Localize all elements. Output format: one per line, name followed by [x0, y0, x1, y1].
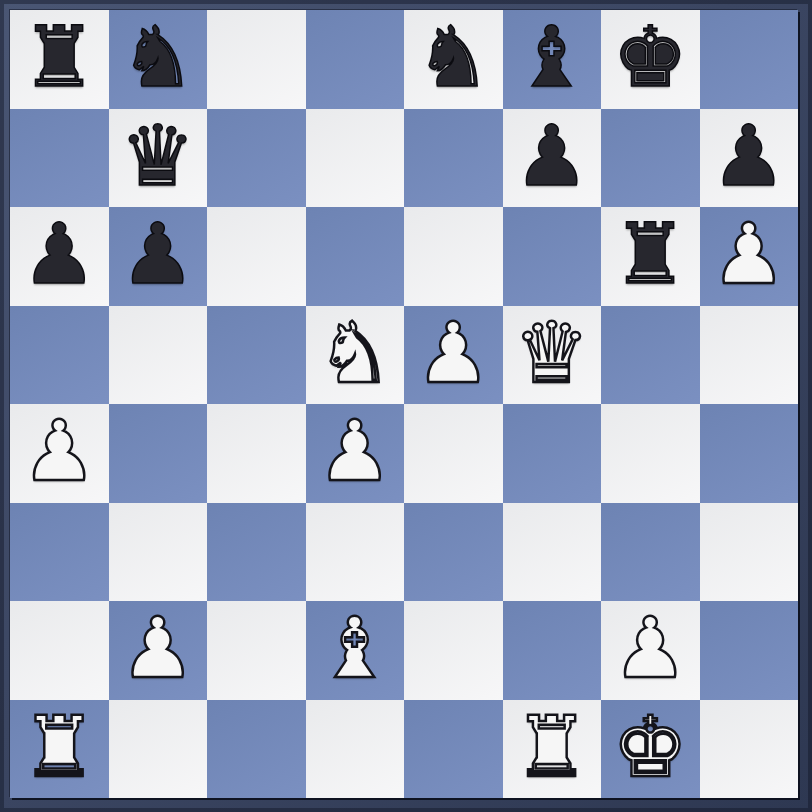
square-b3[interactable]	[109, 503, 208, 602]
square-c3[interactable]	[207, 503, 306, 602]
square-d2[interactable]: ♝	[306, 601, 405, 700]
square-e8[interactable]: ♞	[404, 10, 503, 109]
square-a7[interactable]	[10, 109, 109, 208]
piece-black-pawn-f7[interactable]: ♟	[514, 114, 589, 198]
square-b8[interactable]: ♞	[109, 10, 208, 109]
square-c4[interactable]	[207, 404, 306, 503]
piece-white-pawn-a4[interactable]: ♟	[22, 409, 97, 493]
square-e6[interactable]	[404, 207, 503, 306]
square-g8[interactable]: ♚	[601, 10, 700, 109]
square-h6[interactable]: ♟	[700, 207, 799, 306]
square-c1[interactable]	[207, 700, 306, 799]
piece-white-king-g1[interactable]: ♚	[613, 705, 688, 789]
square-e5[interactable]: ♟	[404, 306, 503, 405]
square-h8[interactable]	[700, 10, 799, 109]
piece-black-pawn-b6[interactable]: ♟	[120, 212, 195, 296]
piece-black-knight-e8[interactable]: ♞	[416, 15, 491, 99]
square-f7[interactable]: ♟	[503, 109, 602, 208]
board-frame: ♜♞♞♝♚♛♟♟♟♟♜♟♞♟♛♟♟♟♝♟♜♜♚	[0, 0, 812, 812]
square-c6[interactable]	[207, 207, 306, 306]
piece-white-rook-a1[interactable]: ♜	[22, 705, 97, 789]
square-g7[interactable]	[601, 109, 700, 208]
square-b1[interactable]	[109, 700, 208, 799]
square-b4[interactable]	[109, 404, 208, 503]
piece-white-rook-f1[interactable]: ♜	[514, 705, 589, 789]
piece-black-pawn-a6[interactable]: ♟	[22, 212, 97, 296]
square-c7[interactable]	[207, 109, 306, 208]
square-g2[interactable]: ♟	[601, 601, 700, 700]
square-g1[interactable]: ♚	[601, 700, 700, 799]
square-f1[interactable]: ♜	[503, 700, 602, 799]
square-h2[interactable]	[700, 601, 799, 700]
piece-black-rook-a8[interactable]: ♜	[22, 15, 97, 99]
piece-white-bishop-d2[interactable]: ♝	[317, 606, 392, 690]
piece-black-bishop-f8[interactable]: ♝	[514, 15, 589, 99]
square-h7[interactable]: ♟	[700, 109, 799, 208]
square-a8[interactable]: ♜	[10, 10, 109, 109]
square-f5[interactable]: ♛	[503, 306, 602, 405]
square-g6[interactable]: ♜	[601, 207, 700, 306]
square-e2[interactable]	[404, 601, 503, 700]
piece-white-queen-f5[interactable]: ♛	[514, 311, 589, 395]
square-b2[interactable]: ♟	[109, 601, 208, 700]
chess-board: ♜♞♞♝♚♛♟♟♟♟♜♟♞♟♛♟♟♟♝♟♜♜♚	[10, 10, 798, 798]
square-f3[interactable]	[503, 503, 602, 602]
square-a2[interactable]	[10, 601, 109, 700]
square-a3[interactable]	[10, 503, 109, 602]
square-d8[interactable]	[306, 10, 405, 109]
square-d6[interactable]	[306, 207, 405, 306]
square-g5[interactable]	[601, 306, 700, 405]
piece-black-rook-g6[interactable]: ♜	[613, 212, 688, 296]
square-e3[interactable]	[404, 503, 503, 602]
square-g3[interactable]	[601, 503, 700, 602]
square-h4[interactable]	[700, 404, 799, 503]
piece-black-pawn-h7[interactable]: ♟	[711, 114, 786, 198]
square-b6[interactable]: ♟	[109, 207, 208, 306]
square-f6[interactable]	[503, 207, 602, 306]
square-a5[interactable]	[10, 306, 109, 405]
square-c2[interactable]	[207, 601, 306, 700]
square-e4[interactable]	[404, 404, 503, 503]
square-g4[interactable]	[601, 404, 700, 503]
square-h1[interactable]	[700, 700, 799, 799]
square-e7[interactable]	[404, 109, 503, 208]
square-d5[interactable]: ♞	[306, 306, 405, 405]
piece-white-knight-d5[interactable]: ♞	[317, 311, 392, 395]
square-f2[interactable]	[503, 601, 602, 700]
square-a4[interactable]: ♟	[10, 404, 109, 503]
square-b7[interactable]: ♛	[109, 109, 208, 208]
square-d4[interactable]: ♟	[306, 404, 405, 503]
piece-black-knight-b8[interactable]: ♞	[120, 15, 195, 99]
square-d7[interactable]	[306, 109, 405, 208]
square-f8[interactable]: ♝	[503, 10, 602, 109]
piece-white-pawn-g2[interactable]: ♟	[613, 606, 688, 690]
piece-white-pawn-b2[interactable]: ♟	[120, 606, 195, 690]
piece-black-king-g8[interactable]: ♚	[613, 15, 688, 99]
piece-white-pawn-e5[interactable]: ♟	[416, 311, 491, 395]
square-f4[interactable]	[503, 404, 602, 503]
square-a6[interactable]: ♟	[10, 207, 109, 306]
piece-white-pawn-h6[interactable]: ♟	[711, 212, 786, 296]
square-c8[interactable]	[207, 10, 306, 109]
piece-white-pawn-d4[interactable]: ♟	[317, 409, 392, 493]
square-h5[interactable]	[700, 306, 799, 405]
square-b5[interactable]	[109, 306, 208, 405]
square-e1[interactable]	[404, 700, 503, 799]
square-d3[interactable]	[306, 503, 405, 602]
piece-black-queen-b7[interactable]: ♛	[120, 114, 195, 198]
square-h3[interactable]	[700, 503, 799, 602]
square-c5[interactable]	[207, 306, 306, 405]
square-a1[interactable]: ♜	[10, 700, 109, 799]
square-d1[interactable]	[306, 700, 405, 799]
